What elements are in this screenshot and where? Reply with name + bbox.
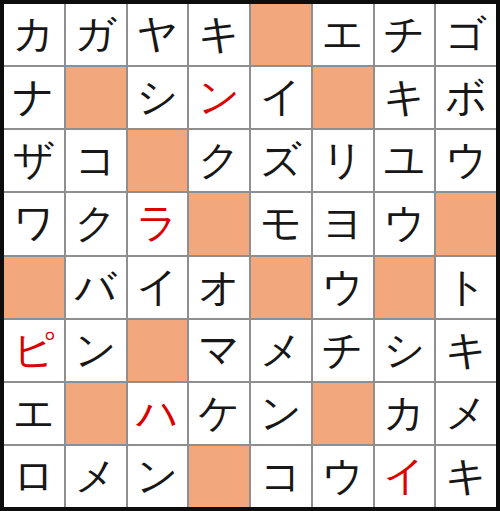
letter-cell-r6c8[interactable]: キ [436, 320, 496, 381]
letter-cell-r2c3[interactable]: シ [128, 67, 188, 128]
blocked-cell-r7c6 [313, 383, 373, 444]
letter-cell-r5c2[interactable]: バ [66, 257, 126, 318]
letter-cell-r5c8[interactable]: ト [436, 257, 496, 318]
letter-cell-r8c5[interactable]: コ [251, 446, 311, 507]
letter-cell-r3c2[interactable]: コ [66, 130, 126, 191]
letter-cell-r1c3[interactable]: ヤ [128, 4, 188, 65]
blocked-cell-r7c2 [66, 383, 126, 444]
letter-cell-r8c2[interactable]: メ [66, 446, 126, 507]
letter-cell-r1c1[interactable]: カ [4, 4, 64, 65]
blocked-cell-r4c8 [436, 193, 496, 254]
letter-cell-r4c7[interactable]: ウ [375, 193, 435, 254]
letter-cell-r2c7[interactable]: キ [375, 67, 435, 128]
letter-cell-r7c1[interactable]: エ [4, 383, 64, 444]
letter-cell-r2c8[interactable]: ボ [436, 67, 496, 128]
letter-cell-r4c2[interactable]: ク [66, 193, 126, 254]
letter-cell-r6c5[interactable]: メ [251, 320, 311, 381]
letter-cell-r6c7[interactable]: シ [375, 320, 435, 381]
blocked-cell-r8c4 [189, 446, 249, 507]
letter-cell-r7c4[interactable]: ケ [189, 383, 249, 444]
letter-cell-r1c7[interactable]: チ [375, 4, 435, 65]
letter-cell-r7c8[interactable]: メ [436, 383, 496, 444]
blocked-cell-r4c4 [189, 193, 249, 254]
crossword-board: カガヤキエチゴナシンイキボザコクズリユウワクラモヨウバイオウトピンマメチシキエハ… [0, 0, 500, 511]
blocked-cell-r6c3 [128, 320, 188, 381]
letter-cell-r3c4[interactable]: ク [189, 130, 249, 191]
letter-cell-r2c1[interactable]: ナ [4, 67, 64, 128]
letter-cell-r8c7[interactable]: イ [375, 446, 435, 507]
letter-cell-r4c3[interactable]: ラ [128, 193, 188, 254]
letter-cell-r3c8[interactable]: ウ [436, 130, 496, 191]
blocked-cell-r5c7 [375, 257, 435, 318]
blocked-cell-r5c1 [4, 257, 64, 318]
letter-cell-r2c5[interactable]: イ [251, 67, 311, 128]
blocked-cell-r2c2 [66, 67, 126, 128]
letter-cell-r7c7[interactable]: カ [375, 383, 435, 444]
letter-cell-r4c5[interactable]: モ [251, 193, 311, 254]
letter-cell-r5c6[interactable]: ウ [313, 257, 373, 318]
letter-cell-r3c5[interactable]: ズ [251, 130, 311, 191]
letter-cell-r3c7[interactable]: ユ [375, 130, 435, 191]
letter-cell-r8c6[interactable]: ウ [313, 446, 373, 507]
blocked-cell-r2c6 [313, 67, 373, 128]
blocked-cell-r5c5 [251, 257, 311, 318]
letter-cell-r6c6[interactable]: チ [313, 320, 373, 381]
letter-cell-r3c1[interactable]: ザ [4, 130, 64, 191]
letter-cell-r2c4[interactable]: ン [189, 67, 249, 128]
letter-cell-r5c4[interactable]: オ [189, 257, 249, 318]
letter-cell-r7c5[interactable]: ン [251, 383, 311, 444]
letter-cell-r5c3[interactable]: イ [128, 257, 188, 318]
letter-cell-r1c4[interactable]: キ [189, 4, 249, 65]
letter-cell-r4c1[interactable]: ワ [4, 193, 64, 254]
letter-cell-r4c6[interactable]: ヨ [313, 193, 373, 254]
letter-cell-r1c2[interactable]: ガ [66, 4, 126, 65]
letter-cell-r3c6[interactable]: リ [313, 130, 373, 191]
letter-cell-r6c1[interactable]: ピ [4, 320, 64, 381]
blocked-cell-r3c3 [128, 130, 188, 191]
letter-cell-r1c8[interactable]: ゴ [436, 4, 496, 65]
letter-cell-r6c4[interactable]: マ [189, 320, 249, 381]
blocked-cell-r1c5 [251, 4, 311, 65]
letter-cell-r8c3[interactable]: ン [128, 446, 188, 507]
letter-cell-r8c8[interactable]: キ [436, 446, 496, 507]
letter-cell-r6c2[interactable]: ン [66, 320, 126, 381]
letter-cell-r8c1[interactable]: ロ [4, 446, 64, 507]
letter-cell-r7c3[interactable]: ハ [128, 383, 188, 444]
letter-cell-r1c6[interactable]: エ [313, 4, 373, 65]
